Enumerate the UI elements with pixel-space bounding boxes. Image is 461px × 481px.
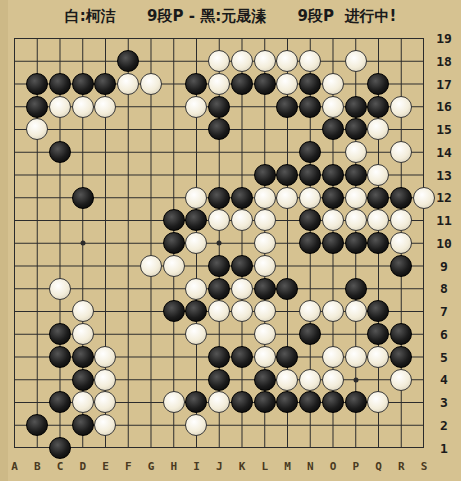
black-stone bbox=[254, 164, 276, 186]
board-intersection bbox=[253, 209, 276, 232]
board-intersection bbox=[390, 50, 413, 73]
board-intersection bbox=[117, 255, 140, 278]
white-stone bbox=[72, 323, 94, 345]
column-label: F bbox=[118, 460, 138, 473]
black-stone bbox=[390, 187, 412, 209]
board-intersection bbox=[3, 73, 26, 96]
white-stone bbox=[254, 323, 276, 345]
board-intersection bbox=[162, 118, 185, 141]
board-intersection bbox=[231, 164, 254, 187]
board-intersection bbox=[253, 73, 276, 96]
row-label: 6 bbox=[430, 326, 458, 341]
black-stone bbox=[322, 187, 344, 209]
board-intersection bbox=[231, 391, 254, 414]
board-intersection bbox=[49, 232, 72, 255]
board-intersection bbox=[322, 95, 345, 118]
white-stone bbox=[140, 73, 162, 95]
white-stone bbox=[94, 369, 116, 391]
black-stone bbox=[49, 323, 71, 345]
board-intersection bbox=[344, 391, 367, 414]
board-intersection bbox=[185, 346, 208, 369]
black-stone bbox=[26, 96, 48, 118]
board-intersection bbox=[367, 141, 390, 164]
board-intersection bbox=[94, 323, 117, 346]
black-stone bbox=[163, 232, 185, 254]
board-intersection bbox=[71, 346, 94, 369]
white-stone bbox=[254, 232, 276, 254]
board-intersection bbox=[344, 27, 367, 50]
board-intersection bbox=[117, 50, 140, 73]
board-intersection bbox=[94, 255, 117, 278]
board-intersection bbox=[117, 186, 140, 209]
board-intersection bbox=[367, 50, 390, 73]
board-intersection bbox=[26, 209, 49, 232]
board-intersection bbox=[94, 391, 117, 414]
board-intersection bbox=[185, 391, 208, 414]
board-intersection bbox=[3, 368, 26, 391]
black-stone bbox=[208, 255, 230, 277]
board-intersection bbox=[185, 414, 208, 437]
black-stone bbox=[49, 73, 71, 95]
board-intersection bbox=[208, 164, 231, 187]
black-stone bbox=[72, 414, 94, 436]
row-label: 2 bbox=[430, 417, 458, 432]
board-intersection bbox=[185, 300, 208, 323]
board-intersection bbox=[26, 27, 49, 50]
board-intersection bbox=[185, 323, 208, 346]
column-label: R bbox=[391, 460, 411, 473]
board-intersection bbox=[140, 323, 163, 346]
board-intersection bbox=[3, 186, 26, 209]
board-intersection bbox=[299, 141, 322, 164]
row-label: 13 bbox=[430, 167, 458, 182]
column-label: H bbox=[164, 460, 184, 473]
board-intersection bbox=[162, 346, 185, 369]
board-intersection bbox=[49, 414, 72, 437]
board-intersection bbox=[94, 95, 117, 118]
board-intersection bbox=[3, 300, 26, 323]
board-intersection bbox=[344, 209, 367, 232]
board-intersection bbox=[140, 300, 163, 323]
board-intersection bbox=[344, 50, 367, 73]
board-intersection bbox=[208, 368, 231, 391]
board-intersection bbox=[3, 95, 26, 118]
board-intersection bbox=[344, 141, 367, 164]
row-label: 9 bbox=[430, 258, 458, 273]
board-intersection bbox=[71, 255, 94, 278]
row-label: 16 bbox=[430, 99, 458, 114]
board-intersection bbox=[26, 368, 49, 391]
board-intersection bbox=[117, 118, 140, 141]
go-board bbox=[3, 27, 435, 459]
black-stone bbox=[231, 255, 253, 277]
board-intersection bbox=[299, 73, 322, 96]
board-intersection bbox=[185, 255, 208, 278]
board-intersection bbox=[231, 346, 254, 369]
board-intersection bbox=[322, 164, 345, 187]
black-stone bbox=[367, 232, 389, 254]
board-intersection bbox=[185, 437, 208, 460]
white-stone bbox=[185, 414, 207, 436]
board-intersection bbox=[140, 27, 163, 50]
board-intersection bbox=[322, 209, 345, 232]
board-intersection bbox=[117, 391, 140, 414]
board-intersection bbox=[71, 277, 94, 300]
black-stone bbox=[367, 96, 389, 118]
black-stone bbox=[208, 96, 230, 118]
black-stone bbox=[322, 118, 344, 140]
board-intersection bbox=[299, 391, 322, 414]
board-intersection bbox=[322, 50, 345, 73]
board-intersection bbox=[299, 95, 322, 118]
board-intersection bbox=[231, 300, 254, 323]
white-stone bbox=[26, 118, 48, 140]
white-stone bbox=[185, 323, 207, 345]
white-stone bbox=[390, 209, 412, 231]
board-intersection bbox=[71, 186, 94, 209]
board-intersection bbox=[162, 232, 185, 255]
board-intersection bbox=[94, 209, 117, 232]
white-stone bbox=[94, 414, 116, 436]
board-intersection bbox=[367, 300, 390, 323]
board-intersection bbox=[140, 255, 163, 278]
game-status-header: 白:柯洁 9段P - 黑:元晟溱 9段P 进行中! bbox=[0, 4, 461, 28]
board-intersection bbox=[71, 164, 94, 187]
column-label: K bbox=[232, 460, 252, 473]
black-stone bbox=[185, 73, 207, 95]
board-intersection bbox=[140, 391, 163, 414]
board-intersection bbox=[276, 73, 299, 96]
white-stone bbox=[367, 391, 389, 413]
board-intersection bbox=[322, 27, 345, 50]
board-intersection bbox=[276, 300, 299, 323]
board-intersection bbox=[367, 186, 390, 209]
black-stone bbox=[208, 118, 230, 140]
board-intersection bbox=[253, 300, 276, 323]
white-stone bbox=[367, 164, 389, 186]
board-intersection bbox=[390, 277, 413, 300]
board-intersection bbox=[390, 209, 413, 232]
board-intersection bbox=[299, 368, 322, 391]
board-intersection bbox=[322, 118, 345, 141]
board-intersection bbox=[276, 232, 299, 255]
board-intersection bbox=[162, 50, 185, 73]
board-intersection bbox=[140, 50, 163, 73]
board-intersection bbox=[162, 73, 185, 96]
board-intersection bbox=[3, 277, 26, 300]
board-intersection bbox=[231, 73, 254, 96]
board-intersection bbox=[185, 118, 208, 141]
white-stone bbox=[390, 141, 412, 163]
board-intersection bbox=[276, 437, 299, 460]
black-stone bbox=[254, 391, 276, 413]
board-intersection bbox=[71, 414, 94, 437]
board-intersection bbox=[253, 391, 276, 414]
board-intersection bbox=[253, 346, 276, 369]
white-stone bbox=[322, 300, 344, 322]
white-stone bbox=[49, 96, 71, 118]
board-intersection bbox=[344, 73, 367, 96]
board-intersection bbox=[162, 414, 185, 437]
black-stone bbox=[276, 96, 298, 118]
white-stone bbox=[276, 73, 298, 95]
row-label: 7 bbox=[430, 304, 458, 319]
white-stone bbox=[140, 255, 162, 277]
board-intersection bbox=[390, 141, 413, 164]
board-intersection bbox=[208, 50, 231, 73]
board-intersection bbox=[162, 141, 185, 164]
board-intersection bbox=[26, 346, 49, 369]
board-intersection bbox=[185, 186, 208, 209]
board-intersection bbox=[162, 186, 185, 209]
board-intersection bbox=[390, 323, 413, 346]
black-stone bbox=[26, 414, 48, 436]
white-stone bbox=[72, 96, 94, 118]
board-intersection bbox=[49, 391, 72, 414]
board-intersection bbox=[231, 255, 254, 278]
board-intersection bbox=[117, 277, 140, 300]
board-intersection bbox=[94, 232, 117, 255]
black-stone bbox=[367, 300, 389, 322]
board-intersection bbox=[390, 27, 413, 50]
white-stone bbox=[322, 96, 344, 118]
white-stone bbox=[208, 209, 230, 231]
board-intersection bbox=[94, 50, 117, 73]
black-stone bbox=[231, 73, 253, 95]
board-intersection bbox=[208, 323, 231, 346]
board-intersection bbox=[276, 118, 299, 141]
column-label: N bbox=[300, 460, 320, 473]
board-intersection bbox=[140, 437, 163, 460]
board-intersection bbox=[299, 27, 322, 50]
board-intersection bbox=[208, 255, 231, 278]
board-intersection bbox=[253, 277, 276, 300]
board-intersection bbox=[185, 27, 208, 50]
board-intersection bbox=[49, 118, 72, 141]
white-stone bbox=[208, 300, 230, 322]
board-intersection bbox=[71, 300, 94, 323]
board-intersection bbox=[117, 27, 140, 50]
board-intersection bbox=[162, 391, 185, 414]
white-stone bbox=[254, 346, 276, 368]
board-intersection bbox=[49, 437, 72, 460]
column-label: E bbox=[96, 460, 116, 473]
board-intersection bbox=[49, 300, 72, 323]
board-intersection bbox=[71, 50, 94, 73]
black-stone bbox=[299, 73, 321, 95]
board-intersection bbox=[208, 27, 231, 50]
black-stone bbox=[299, 232, 321, 254]
board-intersection bbox=[49, 50, 72, 73]
column-label: G bbox=[141, 460, 161, 473]
board-intersection bbox=[94, 346, 117, 369]
board-intersection bbox=[185, 50, 208, 73]
board-intersection bbox=[94, 118, 117, 141]
board-intersection bbox=[367, 277, 390, 300]
white-stone bbox=[254, 300, 276, 322]
board-intersection bbox=[231, 368, 254, 391]
board-intersection bbox=[390, 346, 413, 369]
board-intersection bbox=[231, 27, 254, 50]
board-intersection bbox=[94, 164, 117, 187]
board-intersection bbox=[3, 437, 26, 460]
board-intersection bbox=[208, 118, 231, 141]
black-stone bbox=[231, 391, 253, 413]
board-intersection bbox=[208, 73, 231, 96]
board-intersection bbox=[162, 164, 185, 187]
board-intersection bbox=[299, 437, 322, 460]
board-intersection bbox=[231, 323, 254, 346]
board-intersection bbox=[208, 186, 231, 209]
board-intersection bbox=[299, 232, 322, 255]
board-intersection bbox=[117, 209, 140, 232]
board-intersection bbox=[344, 255, 367, 278]
black-stone bbox=[72, 73, 94, 95]
column-label: B bbox=[27, 460, 47, 473]
black-stone bbox=[276, 346, 298, 368]
white-stone bbox=[367, 346, 389, 368]
board-intersection bbox=[344, 368, 367, 391]
board-intersection bbox=[299, 209, 322, 232]
board-intersection bbox=[185, 368, 208, 391]
white-stone bbox=[254, 209, 276, 231]
board-intersection bbox=[208, 300, 231, 323]
board-intersection bbox=[322, 277, 345, 300]
black-stone bbox=[163, 209, 185, 231]
board-intersection bbox=[208, 232, 231, 255]
board-intersection bbox=[390, 118, 413, 141]
board-intersection bbox=[299, 255, 322, 278]
white-stone bbox=[94, 346, 116, 368]
board-intersection bbox=[185, 232, 208, 255]
board-intersection bbox=[390, 255, 413, 278]
black-stone bbox=[299, 209, 321, 231]
board-intersection bbox=[208, 277, 231, 300]
board-intersection bbox=[413, 186, 436, 209]
black-stone bbox=[276, 391, 298, 413]
white-stone bbox=[276, 50, 298, 72]
row-label: 3 bbox=[430, 395, 458, 410]
board-intersection bbox=[367, 414, 390, 437]
black-stone bbox=[367, 323, 389, 345]
board-intersection bbox=[3, 391, 26, 414]
board-intersection bbox=[26, 300, 49, 323]
black-stone bbox=[185, 391, 207, 413]
board-intersection bbox=[140, 118, 163, 141]
white-stone bbox=[163, 255, 185, 277]
board-intersection bbox=[367, 118, 390, 141]
board-intersection bbox=[49, 95, 72, 118]
board-intersection bbox=[185, 141, 208, 164]
white-stone bbox=[322, 73, 344, 95]
black-stone bbox=[322, 391, 344, 413]
row-label: 15 bbox=[430, 122, 458, 137]
board-intersection bbox=[253, 27, 276, 50]
column-label: C bbox=[50, 460, 70, 473]
board-intersection bbox=[49, 27, 72, 50]
star-point bbox=[353, 377, 358, 382]
board-intersection bbox=[367, 232, 390, 255]
board-intersection bbox=[208, 209, 231, 232]
board-intersection bbox=[3, 232, 26, 255]
board-intersection bbox=[140, 368, 163, 391]
board-intersection bbox=[162, 323, 185, 346]
board-intersection bbox=[117, 346, 140, 369]
board-intersection bbox=[231, 277, 254, 300]
board-intersection bbox=[94, 186, 117, 209]
black-stone bbox=[345, 118, 367, 140]
board-intersection bbox=[253, 50, 276, 73]
board-intersection bbox=[276, 27, 299, 50]
board-intersection bbox=[185, 73, 208, 96]
board-intersection bbox=[367, 391, 390, 414]
board-intersection bbox=[140, 164, 163, 187]
black-stone bbox=[49, 437, 71, 459]
board-intersection bbox=[117, 414, 140, 437]
board-intersection bbox=[231, 414, 254, 437]
white-stone bbox=[94, 391, 116, 413]
black-stone bbox=[185, 209, 207, 231]
board-intersection bbox=[322, 391, 345, 414]
board-intersection bbox=[344, 95, 367, 118]
row-label: 17 bbox=[430, 76, 458, 91]
board-intersection bbox=[367, 323, 390, 346]
board-intersection bbox=[26, 141, 49, 164]
black-stone bbox=[345, 278, 367, 300]
board-intersection bbox=[49, 209, 72, 232]
black-stone bbox=[231, 187, 253, 209]
black-stone bbox=[299, 164, 321, 186]
board-intersection bbox=[253, 232, 276, 255]
board-intersection bbox=[367, 73, 390, 96]
black-stone bbox=[299, 141, 321, 163]
board-intersection bbox=[26, 437, 49, 460]
column-label: D bbox=[73, 460, 93, 473]
board-intersection bbox=[26, 414, 49, 437]
board-intersection bbox=[71, 27, 94, 50]
black-stone bbox=[163, 300, 185, 322]
black-stone bbox=[345, 164, 367, 186]
board-intersection bbox=[299, 186, 322, 209]
black-stone bbox=[231, 346, 253, 368]
row-label: 18 bbox=[430, 53, 458, 68]
star-point bbox=[80, 241, 85, 246]
board-intersection bbox=[3, 141, 26, 164]
board-intersection bbox=[367, 346, 390, 369]
board-intersection bbox=[162, 300, 185, 323]
board-intersection bbox=[367, 27, 390, 50]
black-stone bbox=[345, 232, 367, 254]
board-intersection bbox=[162, 277, 185, 300]
black-stone bbox=[299, 323, 321, 345]
board-intersection bbox=[94, 437, 117, 460]
black-stone bbox=[276, 278, 298, 300]
board-intersection bbox=[231, 209, 254, 232]
board-intersection bbox=[26, 95, 49, 118]
board-intersection bbox=[49, 368, 72, 391]
board-intersection bbox=[299, 414, 322, 437]
board-intersection bbox=[390, 437, 413, 460]
star-point bbox=[217, 241, 222, 246]
black-stone bbox=[299, 96, 321, 118]
black-stone bbox=[94, 73, 116, 95]
white-stone bbox=[231, 50, 253, 72]
board-intersection bbox=[322, 323, 345, 346]
board-intersection bbox=[162, 368, 185, 391]
board-intersection bbox=[49, 141, 72, 164]
white-stone bbox=[299, 300, 321, 322]
board-intersection bbox=[94, 300, 117, 323]
